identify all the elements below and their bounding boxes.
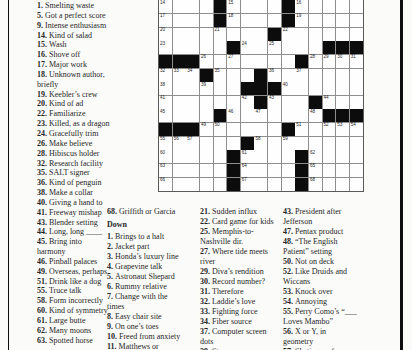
clue-item: 48. “The English Patient” setting — [283, 237, 375, 257]
cell-number: 46 — [228, 110, 233, 115]
clue-item: 35. SALT signer — [37, 168, 137, 178]
white-cell[interactable] — [336, 150, 349, 163]
clue-number: 48. — [283, 237, 295, 246]
white-cell[interactable]: 49 — [200, 123, 213, 136]
clue-number: 22. — [200, 217, 212, 226]
white-cell[interactable] — [282, 69, 295, 82]
white-cell[interactable] — [309, 41, 322, 54]
white-cell[interactable] — [350, 0, 363, 13]
clue-item: 9. On one’s toes — [107, 322, 197, 332]
white-cell[interactable] — [323, 137, 336, 150]
clue-number: 32. — [200, 297, 212, 306]
black-cell — [323, 109, 336, 122]
white-cell[interactable]: 22 — [282, 28, 295, 41]
cell-number: 64 — [242, 164, 247, 169]
clue-number: 34. — [200, 317, 212, 326]
white-cell[interactable]: 64 — [241, 164, 254, 177]
clue-item: 10. Freed from anxiety — [107, 332, 197, 342]
cell-number: 53 — [337, 123, 342, 128]
white-cell[interactable]: 59 — [282, 137, 295, 150]
white-cell[interactable] — [173, 0, 186, 13]
white-cell[interactable] — [241, 109, 254, 122]
white-cell[interactable]: 28 — [309, 55, 322, 68]
white-cell[interactable] — [350, 82, 363, 95]
white-cell[interactable] — [186, 14, 199, 27]
white-cell[interactable]: 56 — [173, 137, 186, 150]
clue-number: 41. — [37, 208, 49, 217]
black-cell — [295, 178, 308, 191]
white-cell[interactable]: 26 — [200, 55, 213, 68]
down-header: Down — [107, 220, 197, 230]
clue-number: 17. — [37, 60, 49, 69]
white-cell[interactable] — [268, 0, 281, 13]
cell-number: 50 — [215, 123, 220, 128]
clue-number: 40. — [37, 198, 49, 207]
white-cell[interactable]: 20 — [159, 28, 172, 41]
white-cell[interactable]: 41 — [159, 96, 172, 109]
white-cell[interactable]: 23 — [159, 41, 172, 54]
white-cell[interactable] — [173, 150, 186, 163]
clue-number: 28. — [37, 149, 49, 158]
white-cell[interactable]: 29 — [323, 55, 336, 68]
white-cell[interactable] — [309, 69, 322, 82]
white-cell[interactable]: 43 — [268, 96, 281, 109]
cell-number: 23 — [160, 42, 165, 47]
cell-number: 55 — [160, 137, 165, 142]
white-cell[interactable]: 34 — [186, 69, 199, 82]
white-cell[interactable] — [186, 41, 199, 54]
cell-number: 28 — [310, 55, 315, 60]
white-cell[interactable] — [227, 82, 240, 95]
white-cell[interactable] — [336, 137, 349, 150]
white-cell[interactable]: 32 — [159, 69, 172, 82]
white-cell[interactable] — [173, 41, 186, 54]
white-cell[interactable] — [200, 41, 213, 54]
black-cell — [227, 164, 240, 177]
white-cell[interactable] — [200, 96, 213, 109]
white-cell[interactable]: 60 — [159, 150, 172, 163]
clue-number: 4. — [107, 262, 115, 271]
white-cell[interactable] — [336, 164, 349, 177]
clue-number: 47. — [283, 227, 295, 236]
white-cell[interactable] — [350, 150, 363, 163]
white-cell[interactable] — [173, 14, 186, 27]
clue-number: 53. — [283, 287, 295, 296]
white-cell[interactable]: 27 — [227, 55, 240, 68]
cell-number: 61 — [242, 151, 247, 156]
white-cell[interactable] — [268, 164, 281, 177]
white-cell[interactable]: 36 — [268, 69, 281, 82]
clue-number: 54. — [283, 297, 295, 306]
white-cell[interactable] — [268, 109, 281, 122]
white-cell[interactable]: 68 — [309, 178, 322, 191]
white-cell[interactable] — [227, 123, 240, 136]
white-cell[interactable] — [254, 41, 267, 54]
cell-number: 43 — [269, 96, 274, 101]
white-cell[interactable] — [336, 178, 349, 191]
black-cell — [282, 123, 295, 136]
white-cell[interactable] — [173, 178, 186, 191]
white-cell[interactable] — [227, 137, 240, 150]
clue-number: 9. — [107, 322, 115, 331]
white-cell[interactable] — [173, 82, 186, 95]
white-cell[interactable]: 53 — [336, 123, 349, 136]
clue-item: 2. Jacket part — [107, 242, 197, 252]
black-cell — [200, 69, 213, 82]
cell-number: 24 — [242, 42, 247, 47]
white-cell[interactable]: 16 — [295, 0, 308, 13]
cell-number: 33 — [174, 69, 179, 74]
white-cell[interactable] — [241, 28, 254, 41]
cell-number: 54 — [351, 123, 356, 128]
clue-item: 11. Matthews or — [107, 342, 197, 350]
clue-item: 27. Where tide meets river — [200, 247, 286, 267]
clue-number: 49. — [37, 267, 49, 276]
white-cell[interactable]: 25 — [268, 41, 281, 54]
white-cell[interactable] — [173, 96, 186, 109]
white-cell[interactable] — [254, 0, 267, 13]
white-cell[interactable] — [336, 14, 349, 27]
clue-item: 15. Wash — [37, 40, 137, 50]
black-cell — [268, 28, 281, 41]
clue-number: 50. — [283, 257, 295, 266]
white-cell[interactable]: 65 — [309, 164, 322, 177]
clue-item: 52. Like Druids and Wiccans — [283, 267, 375, 287]
clue-number: 16. — [37, 50, 49, 59]
white-cell[interactable] — [350, 164, 363, 177]
cell-number: 63 — [160, 164, 165, 169]
white-cell[interactable]: 52 — [323, 123, 336, 136]
white-cell[interactable] — [295, 96, 308, 109]
white-cell[interactable]: 24 — [241, 41, 254, 54]
clue-number: 55. — [283, 307, 295, 316]
clue-item: 1. Brings to a halt — [107, 232, 197, 242]
white-cell[interactable] — [186, 82, 199, 95]
cell-number: 30 — [337, 55, 342, 60]
clue-number: 18. — [37, 70, 49, 79]
clue-number: 27. — [200, 247, 212, 256]
white-cell[interactable] — [268, 123, 281, 136]
white-cell[interactable] — [173, 28, 186, 41]
white-cell[interactable]: 62 — [309, 150, 322, 163]
clue-item: 31. Therefore — [200, 287, 286, 297]
clue-number: 23. — [37, 119, 49, 128]
cell-number: 57 — [187, 137, 192, 142]
clue-number: 26. — [37, 139, 49, 148]
clue-number: 61. — [37, 316, 49, 325]
white-cell[interactable] — [200, 28, 213, 41]
white-cell[interactable] — [227, 69, 240, 82]
white-cell[interactable] — [336, 82, 349, 95]
white-cell[interactable] — [214, 178, 227, 191]
clue-item: 32. Research facility — [37, 159, 137, 169]
clue-item: 50. Not on deck — [283, 257, 375, 267]
clue-item: 68. Griffith or Garcia — [107, 207, 197, 217]
white-cell[interactable] — [241, 55, 254, 68]
white-cell[interactable] — [309, 137, 322, 150]
white-cell[interactable] — [186, 150, 199, 163]
white-cell[interactable] — [254, 28, 267, 41]
white-cell[interactable] — [323, 164, 336, 177]
white-cell[interactable]: 45 — [159, 109, 172, 122]
white-cell[interactable] — [350, 69, 363, 82]
clue-item: 1. Smelting waste — [37, 1, 137, 11]
white-cell[interactable] — [268, 14, 281, 27]
page-border-left — [8, 0, 9, 350]
clue-number: 38. — [37, 188, 49, 197]
white-cell[interactable] — [282, 109, 295, 122]
clue-number: 19. — [37, 90, 49, 99]
white-cell[interactable] — [350, 14, 363, 27]
white-cell[interactable]: 46 — [227, 109, 240, 122]
white-cell[interactable] — [295, 109, 308, 122]
black-cell — [241, 82, 254, 95]
clue-number: 21. — [200, 207, 212, 216]
white-cell[interactable] — [254, 150, 267, 163]
white-cell[interactable] — [214, 164, 227, 177]
white-cell[interactable]: 51 — [295, 123, 308, 136]
white-cell[interactable] — [282, 96, 295, 109]
white-cell[interactable] — [200, 109, 213, 122]
white-cell[interactable] — [295, 137, 308, 150]
cell-number: 22 — [283, 28, 288, 33]
cell-number: 42 — [242, 96, 247, 101]
clue-number: 7. — [107, 292, 115, 301]
clue-number: 46. — [37, 257, 49, 266]
clue-item: 7. Change with the times — [107, 292, 197, 312]
clue-item: 43. President after Jefferson — [283, 207, 375, 227]
cell-number: 68 — [310, 178, 315, 183]
black-cell — [227, 41, 240, 54]
white-cell[interactable] — [282, 150, 295, 163]
white-cell[interactable] — [200, 178, 213, 191]
white-cell[interactable] — [227, 28, 240, 41]
white-cell[interactable] — [254, 178, 267, 191]
cell-number: 47 — [255, 110, 260, 115]
white-cell[interactable]: 40 — [282, 82, 295, 95]
clue-number: 20. — [37, 99, 49, 108]
white-cell[interactable]: 19 — [295, 14, 308, 27]
white-cell[interactable] — [309, 0, 322, 13]
white-cell[interactable]: 57 — [186, 137, 199, 150]
white-cell[interactable] — [254, 164, 267, 177]
white-cell[interactable]: 17 — [159, 14, 172, 27]
white-cell[interactable] — [214, 55, 227, 68]
white-cell[interactable]: 21 — [214, 28, 227, 41]
white-cell[interactable] — [323, 69, 336, 82]
white-cell[interactable] — [336, 96, 349, 109]
cell-number: 67 — [242, 178, 247, 183]
white-cell[interactable] — [186, 109, 199, 122]
white-cell[interactable] — [295, 41, 308, 54]
clue-item: 16. Shove off — [37, 50, 137, 60]
cell-number: 58 — [255, 137, 260, 142]
white-cell[interactable] — [214, 150, 227, 163]
black-cell — [214, 0, 227, 13]
cell-number: 34 — [187, 69, 192, 74]
white-cell[interactable]: 30 — [336, 55, 349, 68]
white-cell[interactable] — [200, 14, 213, 27]
white-cell[interactable] — [254, 14, 267, 27]
cell-number: 18 — [228, 14, 233, 19]
white-cell[interactable] — [200, 164, 213, 177]
white-cell[interactable]: 47 — [254, 109, 267, 122]
white-cell[interactable] — [323, 28, 336, 41]
clue-item: 55. Perry Como’s “___ Loves Mambo” — [283, 307, 375, 327]
white-cell[interactable] — [214, 137, 227, 150]
clue-number: 14. — [37, 31, 49, 40]
white-cell[interactable]: 67 — [241, 178, 254, 191]
clue-item: 33. Fighting force — [200, 307, 286, 317]
clue-item: 26. Make believe — [37, 139, 137, 149]
white-cell[interactable] — [336, 69, 349, 82]
white-cell[interactable] — [241, 0, 254, 13]
white-cell[interactable] — [309, 82, 322, 95]
black-cell — [173, 123, 186, 136]
white-cell[interactable]: 38 — [159, 82, 172, 95]
clue-number: 55. — [37, 286, 49, 295]
white-cell[interactable] — [295, 28, 308, 41]
white-cell[interactable] — [295, 82, 308, 95]
white-cell[interactable]: 55 — [159, 137, 172, 150]
cell-number: 59 — [283, 137, 288, 142]
white-cell[interactable] — [173, 164, 186, 177]
white-cell[interactable] — [254, 55, 267, 68]
clue-item: 38. Make a collar — [37, 188, 137, 198]
white-cell[interactable] — [309, 28, 322, 41]
white-cell[interactable] — [241, 69, 254, 82]
white-cell[interactable] — [350, 96, 363, 109]
white-cell[interactable]: 58 — [254, 137, 267, 150]
white-cell[interactable] — [309, 14, 322, 27]
white-cell[interactable] — [282, 178, 295, 191]
cell-number: 16 — [296, 1, 301, 6]
black-cell — [214, 109, 227, 122]
clue-item: 9. Intense enthusiasm — [37, 21, 137, 31]
white-cell[interactable] — [282, 55, 295, 68]
white-cell[interactable] — [350, 28, 363, 41]
white-cell[interactable] — [268, 137, 281, 150]
clue-number: 52. — [283, 267, 295, 276]
white-cell[interactable] — [186, 28, 199, 41]
cell-number: 56 — [174, 137, 179, 142]
white-cell[interactable]: 39 — [200, 82, 213, 95]
clue-item: 37. Computer screen dots — [200, 327, 286, 347]
cell-number: 65 — [310, 164, 315, 169]
cell-number: 35 — [215, 69, 220, 74]
clue-item: 17. Major work — [37, 60, 137, 70]
white-cell[interactable] — [200, 0, 213, 13]
black-cell — [323, 41, 336, 54]
white-cell[interactable]: 33 — [173, 69, 186, 82]
white-cell[interactable] — [309, 123, 322, 136]
white-cell[interactable] — [186, 178, 199, 191]
clue-number: 24. — [37, 129, 49, 138]
black-cell — [282, 0, 295, 13]
white-cell[interactable] — [173, 109, 186, 122]
white-cell[interactable]: 48 — [309, 109, 322, 122]
white-cell[interactable]: 31 — [350, 55, 363, 68]
white-cell[interactable] — [200, 137, 213, 150]
clue-number: 62. — [37, 326, 49, 335]
white-cell[interactable] — [323, 0, 336, 13]
white-cell[interactable] — [336, 0, 349, 13]
white-cell[interactable] — [241, 123, 254, 136]
white-cell[interactable]: 50 — [214, 123, 227, 136]
white-cell[interactable]: 44 — [323, 96, 336, 109]
cell-number: 44 — [324, 96, 329, 101]
black-cell — [159, 123, 172, 136]
white-cell[interactable] — [323, 150, 336, 163]
black-cell — [309, 96, 322, 109]
clue-item: 36. Kind of penguin — [37, 178, 137, 188]
white-cell[interactable]: 61 — [241, 150, 254, 163]
cell-number: 25 — [269, 42, 274, 47]
white-cell[interactable]: 63 — [159, 164, 172, 177]
clue-number: 15. — [37, 40, 49, 49]
white-cell[interactable] — [186, 0, 199, 13]
white-cell[interactable] — [350, 178, 363, 191]
white-cell[interactable] — [214, 82, 227, 95]
white-cell[interactable]: 66 — [159, 178, 172, 191]
white-cell[interactable]: 14 — [159, 0, 172, 13]
white-cell[interactable]: 37 — [295, 69, 308, 82]
cell-number: 27 — [228, 55, 233, 60]
clue-column-down-1: 21. Sudden influx22. Card game for kids2… — [200, 207, 286, 350]
cell-number: 48 — [310, 110, 315, 115]
white-cell[interactable] — [214, 96, 227, 109]
clue-number: 45. — [37, 237, 49, 246]
white-cell[interactable] — [268, 55, 281, 68]
clue-column-down-2: 43. President after Jefferson47. Pentax … — [283, 207, 375, 350]
white-cell[interactable] — [214, 41, 227, 54]
white-cell[interactable] — [323, 178, 336, 191]
cell-number: 14 — [160, 1, 165, 6]
clue-item: 5. Astronaut Shepard — [107, 272, 197, 282]
clue-number: 36. — [37, 178, 49, 187]
white-cell[interactable] — [268, 178, 281, 191]
white-cell[interactable]: 35 — [214, 69, 227, 82]
white-cell[interactable]: 54 — [350, 123, 363, 136]
white-cell[interactable]: 15 — [227, 0, 240, 13]
white-cell[interactable] — [282, 164, 295, 177]
clue-number: 29. — [200, 267, 212, 276]
white-cell[interactable] — [200, 150, 213, 163]
black-cell — [173, 55, 186, 68]
white-cell[interactable]: 42 — [241, 96, 254, 109]
cell-number: 45 — [160, 110, 165, 115]
white-cell[interactable] — [268, 150, 281, 163]
white-cell[interactable] — [241, 14, 254, 27]
black-cell — [336, 41, 349, 54]
white-cell[interactable] — [227, 96, 240, 109]
clue-number: 25. — [200, 227, 212, 236]
white-cell[interactable] — [323, 82, 336, 95]
clue-number: 1. — [107, 232, 115, 241]
white-cell[interactable] — [186, 96, 199, 109]
page-border-right — [400, 0, 403, 350]
white-cell[interactable] — [323, 14, 336, 27]
white-cell[interactable] — [282, 41, 295, 54]
white-cell[interactable] — [186, 164, 199, 177]
white-cell[interactable] — [254, 123, 267, 136]
white-cell[interactable] — [336, 28, 349, 41]
cell-number: 20 — [160, 28, 165, 33]
clue-number: 51. — [37, 277, 49, 286]
clue-item: 54. Annoying — [283, 297, 375, 307]
white-cell[interactable] — [350, 137, 363, 150]
white-cell[interactable]: 18 — [227, 14, 240, 27]
